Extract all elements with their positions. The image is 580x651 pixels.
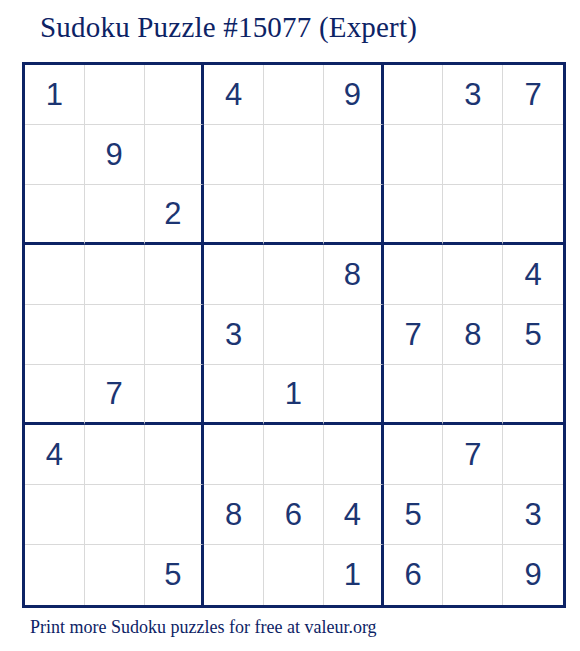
cell-r3c1[interactable] [25,185,85,245]
cell-r9c3[interactable]: 5 [145,545,205,605]
cell-r2c7[interactable] [384,125,444,185]
cell-r6c3[interactable] [145,365,205,425]
cell-r3c9[interactable] [503,185,563,245]
cell-r7c6[interactable] [324,425,384,485]
cell-r1c1[interactable]: 1 [25,65,85,125]
cell-r9c1[interactable] [25,545,85,605]
cell-r4c8[interactable] [443,245,503,305]
cell-r7c3[interactable] [145,425,205,485]
cell-r7c5[interactable] [264,425,324,485]
cell-r3c2[interactable] [85,185,145,245]
cell-r7c2[interactable] [85,425,145,485]
cell-r4c4[interactable] [204,245,264,305]
cell-r6c4[interactable] [204,365,264,425]
cell-r1c4[interactable]: 4 [204,65,264,125]
cell-r5c7[interactable]: 7 [384,305,444,365]
cell-r1c3[interactable] [145,65,205,125]
cell-r2c8[interactable] [443,125,503,185]
cell-r6c7[interactable] [384,365,444,425]
cell-r4c5[interactable] [264,245,324,305]
cell-r5c3[interactable] [145,305,205,365]
cell-r7c8[interactable]: 7 [443,425,503,485]
cell-r6c8[interactable] [443,365,503,425]
cell-r7c7[interactable] [384,425,444,485]
cell-r4c7[interactable] [384,245,444,305]
cell-r3c8[interactable] [443,185,503,245]
sudoku-board: 14937928437857147864535169 [22,62,566,608]
cell-r2c9[interactable] [503,125,563,185]
cell-r6c9[interactable] [503,365,563,425]
cell-r1c7[interactable] [384,65,444,125]
cell-r7c4[interactable] [204,425,264,485]
cell-r8c8[interactable] [443,485,503,545]
cell-r5c8[interactable]: 8 [443,305,503,365]
cell-r8c7[interactable]: 5 [384,485,444,545]
cell-r8c9[interactable]: 3 [503,485,563,545]
cell-r7c1[interactable]: 4 [25,425,85,485]
cell-r9c4[interactable] [204,545,264,605]
cell-r8c3[interactable] [145,485,205,545]
cell-r2c4[interactable] [204,125,264,185]
cell-r6c5[interactable]: 1 [264,365,324,425]
cell-r4c9[interactable]: 4 [503,245,563,305]
cell-r8c1[interactable] [25,485,85,545]
cell-r7c9[interactable] [503,425,563,485]
cell-r2c5[interactable] [264,125,324,185]
cell-r5c6[interactable] [324,305,384,365]
cell-r6c2[interactable]: 7 [85,365,145,425]
cell-r1c5[interactable] [264,65,324,125]
cell-r4c6[interactable]: 8 [324,245,384,305]
cell-r3c7[interactable] [384,185,444,245]
cell-r9c8[interactable] [443,545,503,605]
cell-r8c5[interactable]: 6 [264,485,324,545]
cell-r6c6[interactable] [324,365,384,425]
cell-r9c6[interactable]: 1 [324,545,384,605]
cell-r5c9[interactable]: 5 [503,305,563,365]
footer-text: Print more Sudoku puzzles for free at va… [30,617,377,638]
cell-r8c4[interactable]: 8 [204,485,264,545]
cell-r1c6[interactable]: 9 [324,65,384,125]
cell-r5c4[interactable]: 3 [204,305,264,365]
cell-r3c3[interactable]: 2 [145,185,205,245]
cell-r9c2[interactable] [85,545,145,605]
cell-r3c6[interactable] [324,185,384,245]
cell-r1c9[interactable]: 7 [503,65,563,125]
cell-r5c2[interactable] [85,305,145,365]
cell-r4c2[interactable] [85,245,145,305]
cell-r9c9[interactable]: 9 [503,545,563,605]
cell-r1c2[interactable] [85,65,145,125]
cell-r4c3[interactable] [145,245,205,305]
cell-r3c5[interactable] [264,185,324,245]
cell-r2c2[interactable]: 9 [85,125,145,185]
cell-r2c1[interactable] [25,125,85,185]
cell-r4c1[interactable] [25,245,85,305]
cell-r2c3[interactable] [145,125,205,185]
cell-r9c5[interactable] [264,545,324,605]
cell-r5c5[interactable] [264,305,324,365]
cell-r5c1[interactable] [25,305,85,365]
cell-r6c1[interactable] [25,365,85,425]
cell-r2c6[interactable] [324,125,384,185]
cell-r9c7[interactable]: 6 [384,545,444,605]
cell-r1c8[interactable]: 3 [443,65,503,125]
page-title: Sudoku Puzzle #15077 (Expert) [40,11,417,44]
cell-r3c4[interactable] [204,185,264,245]
cell-r8c6[interactable]: 4 [324,485,384,545]
cell-r8c2[interactable] [85,485,145,545]
